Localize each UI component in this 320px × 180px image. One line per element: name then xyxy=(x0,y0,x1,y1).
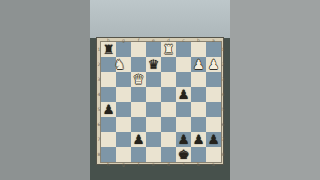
square-h6[interactable] xyxy=(101,117,116,132)
black-pawn[interactable]: ♟ xyxy=(206,132,221,147)
file-label-bottom-f: f xyxy=(131,163,146,167)
square-a7[interactable]: ♟ xyxy=(206,132,221,147)
square-a5[interactable] xyxy=(206,102,221,117)
square-g3[interactable] xyxy=(116,72,131,87)
white-rook[interactable]: ♜ xyxy=(161,42,176,57)
square-d7[interactable] xyxy=(161,132,176,147)
file-label-bottom-h: h xyxy=(101,163,116,167)
file-label-top-c: c xyxy=(176,39,191,43)
square-b6[interactable] xyxy=(191,117,206,132)
square-h2[interactable] xyxy=(101,57,116,72)
rank-label-left-5: 5 xyxy=(97,102,101,117)
black-pawn[interactable]: ♟ xyxy=(191,132,206,147)
square-d4[interactable] xyxy=(161,87,176,102)
square-e4[interactable] xyxy=(146,87,161,102)
file-label-top-a: a xyxy=(206,39,221,43)
white-pawn[interactable]: ♟ xyxy=(206,57,221,72)
black-rook[interactable]: ♜ xyxy=(101,42,116,57)
backdrop-top xyxy=(90,0,230,38)
square-c4[interactable]: ♟ xyxy=(176,87,191,102)
black-pawn[interactable]: ♟ xyxy=(131,132,146,147)
rank-label-right-4: 4 xyxy=(221,87,225,102)
square-h3[interactable] xyxy=(101,72,116,87)
rank-label-right-1: 1 xyxy=(221,42,225,57)
square-f3[interactable]: ♛ xyxy=(131,72,146,87)
rank-label-right-2: 2 xyxy=(221,57,225,72)
square-c1[interactable] xyxy=(176,42,191,57)
square-h5[interactable]: ♟ xyxy=(101,102,116,117)
white-queen[interactable]: ♛ xyxy=(131,72,146,87)
black-queen[interactable]: ♛ xyxy=(146,57,161,72)
file-label-top-g: g xyxy=(116,39,131,43)
black-pawn[interactable]: ♟ xyxy=(176,132,191,147)
square-a1[interactable] xyxy=(206,42,221,57)
square-b2[interactable]: ♟ xyxy=(191,57,206,72)
file-label-bottom-c: c xyxy=(176,163,191,167)
black-king[interactable]: ♚ xyxy=(176,147,191,162)
file-label-bottom-e: e xyxy=(146,163,161,167)
square-h7[interactable] xyxy=(101,132,116,147)
square-g8[interactable] xyxy=(116,147,131,162)
square-c2[interactable] xyxy=(176,57,191,72)
file-label-bottom-g: g xyxy=(116,163,131,167)
black-pawn[interactable]: ♟ xyxy=(176,87,191,102)
square-g6[interactable] xyxy=(116,117,131,132)
rank-label-right-3: 3 xyxy=(221,72,225,87)
square-a4[interactable] xyxy=(206,87,221,102)
file-label-bottom-d: d xyxy=(161,163,176,167)
square-g2[interactable]: ♞ xyxy=(116,57,131,72)
square-e2[interactable]: ♛ xyxy=(146,57,161,72)
file-label-top-f: f xyxy=(131,39,146,43)
square-a8[interactable] xyxy=(206,147,221,162)
square-b7[interactable]: ♟ xyxy=(191,132,206,147)
chess-board[interactable]: ♜♜♞♛♟♟♛♟♟♟♟♟♟♚ xyxy=(101,42,221,162)
square-a6[interactable] xyxy=(206,117,221,132)
rank-label-right-7: 7 xyxy=(221,132,225,147)
file-label-bottom-b: b xyxy=(191,163,206,167)
file-label-bottom-a: a xyxy=(206,163,221,167)
rank-label-right-8: 8 xyxy=(221,147,225,162)
square-c6[interactable] xyxy=(176,117,191,132)
rank-label-left-8: 8 xyxy=(97,147,101,162)
square-b3[interactable] xyxy=(191,72,206,87)
letterbox-bar-left xyxy=(0,0,90,180)
square-a2[interactable]: ♟ xyxy=(206,57,221,72)
square-g4[interactable] xyxy=(116,87,131,102)
square-g7[interactable] xyxy=(116,132,131,147)
square-d8[interactable] xyxy=(161,147,176,162)
rank-label-right-6: 6 xyxy=(221,117,225,132)
rank-label-left-2: 2 xyxy=(97,57,101,72)
square-f8[interactable] xyxy=(131,147,146,162)
square-e6[interactable] xyxy=(146,117,161,132)
rank-label-left-4: 4 xyxy=(97,87,101,102)
square-d5[interactable] xyxy=(161,102,176,117)
file-label-top-h: h xyxy=(101,39,116,43)
square-d1[interactable]: ♜ xyxy=(161,42,176,57)
square-g5[interactable] xyxy=(116,102,131,117)
rank-label-left-1: 1 xyxy=(97,42,101,57)
square-f6[interactable] xyxy=(131,117,146,132)
chess-board-frame: ♜♜♞♛♟♟♛♟♟♟♟♟♟♚ hhggffeeddccbbaa112233445… xyxy=(96,37,224,165)
square-e3[interactable] xyxy=(146,72,161,87)
letterbox-bar-right xyxy=(230,0,320,180)
square-h4[interactable] xyxy=(101,87,116,102)
square-h8[interactable] xyxy=(101,147,116,162)
file-label-top-d: d xyxy=(161,39,176,43)
square-a3[interactable] xyxy=(206,72,221,87)
square-c3[interactable] xyxy=(176,72,191,87)
rank-label-right-5: 5 xyxy=(221,102,225,117)
square-f1[interactable] xyxy=(131,42,146,57)
square-b5[interactable] xyxy=(191,102,206,117)
square-d6[interactable] xyxy=(161,117,176,132)
square-e1[interactable] xyxy=(146,42,161,57)
square-e5[interactable] xyxy=(146,102,161,117)
square-h1[interactable]: ♜ xyxy=(101,42,116,57)
rank-label-left-3: 3 xyxy=(97,72,101,87)
square-f4[interactable] xyxy=(131,87,146,102)
square-d3[interactable] xyxy=(161,72,176,87)
rank-label-left-7: 7 xyxy=(97,132,101,147)
file-label-top-e: e xyxy=(146,39,161,43)
square-e7[interactable] xyxy=(146,132,161,147)
square-e8[interactable] xyxy=(146,147,161,162)
square-f7[interactable]: ♟ xyxy=(131,132,146,147)
square-c8[interactable]: ♚ xyxy=(176,147,191,162)
square-c5[interactable] xyxy=(176,102,191,117)
square-c7[interactable]: ♟ xyxy=(176,132,191,147)
white-pawn[interactable]: ♟ xyxy=(191,57,206,72)
square-b4[interactable] xyxy=(191,87,206,102)
square-d2[interactable] xyxy=(161,57,176,72)
square-b1[interactable] xyxy=(191,42,206,57)
square-b8[interactable] xyxy=(191,147,206,162)
video-frame: ♜♜♞♛♟♟♛♟♟♟♟♟♟♚ hhggffeeddccbbaa112233445… xyxy=(0,0,320,180)
square-f5[interactable] xyxy=(131,102,146,117)
square-g1[interactable] xyxy=(116,42,131,57)
rank-label-left-6: 6 xyxy=(97,117,101,132)
square-f2[interactable] xyxy=(131,57,146,72)
file-label-top-b: b xyxy=(191,39,206,43)
black-pawn[interactable]: ♟ xyxy=(101,102,116,117)
